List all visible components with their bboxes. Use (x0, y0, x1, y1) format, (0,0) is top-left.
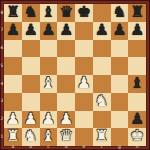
square-f2[interactable] (93, 111, 111, 129)
square-b3[interactable] (22, 93, 40, 111)
piece-black-bishop: ♝ (41, 5, 55, 21)
square-d2[interactable]: ♟ (57, 111, 75, 129)
square-c2[interactable]: ♟ (40, 111, 58, 129)
square-a2[interactable]: ♟ (4, 111, 22, 129)
square-c3[interactable] (40, 93, 58, 111)
piece-black-king: ♚ (77, 5, 91, 21)
square-h4[interactable]: ♝ (128, 75, 146, 93)
square-f3[interactable]: ♞ (93, 93, 111, 111)
file-label-d: d (57, 145, 75, 150)
piece-black-pawn: ♟ (6, 22, 20, 38)
square-d7[interactable]: ♟ (57, 22, 75, 40)
square-h8[interactable]: ♜ (128, 4, 146, 22)
square-h2[interactable]: ♟ (128, 111, 146, 129)
square-e4[interactable]: ♟ (75, 75, 93, 93)
square-f5[interactable] (93, 57, 111, 75)
board-grid: ♜♞♝♛♚♞♜♟♟♟♟♟♟♟♝♟♝♞♟♟♟♟♟♜♞♝♛♜♚ (4, 4, 146, 146)
square-f6[interactable] (93, 40, 111, 58)
square-c7[interactable]: ♟ (40, 22, 58, 40)
square-b8[interactable]: ♞ (22, 4, 40, 22)
square-d4[interactable] (57, 75, 75, 93)
square-b6[interactable] (22, 40, 40, 58)
square-d6[interactable] (57, 40, 75, 58)
square-f7[interactable]: ♟ (93, 22, 111, 40)
square-h5[interactable] (128, 57, 146, 75)
file-label-f: f (93, 145, 111, 150)
piece-black-pawn: ♟ (95, 22, 109, 38)
piece-black-rook: ♜ (6, 5, 20, 21)
piece-white-knight: ♞ (24, 129, 38, 145)
square-a3[interactable] (4, 93, 22, 111)
file-labels: abcdefgh (4, 145, 146, 150)
square-f4[interactable] (93, 75, 111, 93)
square-b4[interactable] (22, 75, 40, 93)
piece-black-rook: ♜ (130, 5, 144, 21)
square-h3[interactable] (128, 93, 146, 111)
piece-white-pawn: ♟ (24, 111, 38, 127)
square-g4[interactable] (111, 75, 129, 93)
piece-white-pawn: ♟ (41, 111, 55, 127)
square-e8[interactable]: ♚ (75, 4, 93, 22)
square-e3[interactable] (75, 93, 93, 111)
square-f8[interactable] (93, 4, 111, 22)
square-g3[interactable] (111, 93, 129, 111)
piece-white-rook: ♜ (6, 129, 20, 145)
square-a6[interactable] (4, 40, 22, 58)
file-label-b: b (22, 145, 40, 150)
chess-board: 87654321 ♜♞♝♛♚♞♜♟♟♟♟♟♟♟♝♟♝♞♟♟♟♟♟♜♞♝♛♜♚ a… (0, 0, 150, 150)
piece-black-pawn: ♟ (59, 22, 73, 38)
piece-black-knight: ♞ (24, 5, 38, 21)
piece-white-pawn: ♟ (6, 111, 20, 127)
square-c6[interactable] (40, 40, 58, 58)
piece-white-bishop: ♝ (41, 76, 55, 92)
square-a5[interactable] (4, 57, 22, 75)
square-h7[interactable]: ♟ (128, 22, 146, 40)
square-b2[interactable]: ♟ (22, 111, 40, 129)
piece-white-pawn: ♟ (59, 111, 73, 127)
square-g7[interactable]: ♟ (111, 22, 129, 40)
piece-white-queen: ♛ (59, 129, 73, 145)
square-b7[interactable]: ♟ (22, 22, 40, 40)
square-d8[interactable]: ♛ (57, 4, 75, 22)
square-a4[interactable] (4, 75, 22, 93)
square-d5[interactable] (57, 57, 75, 75)
square-e6[interactable] (75, 40, 93, 58)
square-h6[interactable] (128, 40, 146, 58)
square-a8[interactable]: ♜ (4, 4, 22, 22)
square-g6[interactable] (111, 40, 129, 58)
file-label-c: c (40, 145, 58, 150)
file-label-g: g (111, 145, 129, 150)
square-d3[interactable] (57, 93, 75, 111)
piece-black-pawn: ♟ (112, 22, 126, 38)
piece-black-knight: ♞ (112, 5, 126, 21)
square-e5[interactable] (75, 57, 93, 75)
square-c4[interactable]: ♝ (40, 75, 58, 93)
piece-white-king: ♚ (130, 129, 144, 145)
piece-white-rook: ♜ (95, 129, 109, 145)
piece-white-pawn: ♟ (77, 76, 91, 92)
square-c5[interactable] (40, 57, 58, 75)
square-g2[interactable] (111, 111, 129, 129)
piece-white-bishop: ♝ (41, 129, 55, 145)
piece-black-pawn: ♟ (130, 22, 144, 38)
piece-white-knight: ♞ (95, 93, 109, 109)
piece-black-pawn: ♟ (24, 22, 38, 38)
square-g5[interactable] (111, 57, 129, 75)
file-label-a: a (4, 145, 22, 150)
file-label-h: h (128, 145, 146, 150)
square-e2[interactable] (75, 111, 93, 129)
piece-black-bishop: ♝ (130, 76, 144, 92)
piece-black-pawn: ♟ (41, 22, 55, 38)
piece-black-pawn: ♟ (130, 111, 144, 127)
square-b5[interactable] (22, 57, 40, 75)
piece-black-queen: ♛ (59, 5, 73, 21)
square-e7[interactable] (75, 22, 93, 40)
square-g8[interactable]: ♞ (111, 4, 129, 22)
square-c8[interactable]: ♝ (40, 4, 58, 22)
square-a7[interactable]: ♟ (4, 22, 22, 40)
file-label-e: e (75, 145, 93, 150)
